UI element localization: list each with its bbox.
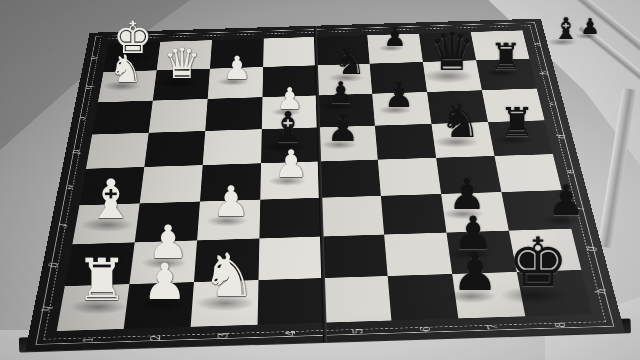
piece-shadow [69, 299, 127, 314]
file-label-left-e: e [58, 181, 81, 194]
piece-shadow [195, 295, 255, 311]
piece-shadow [322, 102, 352, 110]
piece-shadow [378, 45, 404, 52]
piece-shadow [541, 215, 583, 226]
piece-shadow [575, 33, 597, 39]
square-c3 [205, 97, 262, 131]
piece-shadow [136, 299, 186, 312]
piece-shadow [433, 136, 479, 148]
piece-shadow [206, 216, 248, 227]
piece-shadow [442, 209, 484, 220]
file-label-left-h: h [34, 301, 59, 317]
piece-shadow [141, 257, 187, 269]
piece-shadow [422, 69, 474, 83]
piece-shadow [157, 78, 199, 89]
piece-shadow [263, 142, 305, 153]
file-label-left-a: a [84, 53, 104, 63]
square-g4 [259, 237, 324, 281]
square-a4 [263, 37, 316, 67]
piece-shadow [500, 286, 568, 304]
chess-photo-scene: 12345678aabbccddeeffgghh ♚♞♛♟♟♟♝♟♟♟♞♜♟♛♜… [0, 0, 640, 360]
square-e2 [140, 165, 203, 203]
piece-shadow [378, 106, 412, 115]
square-d1 [86, 133, 149, 169]
square-f2 [135, 202, 200, 243]
piece-shadow [268, 176, 306, 186]
square-e1 [79, 167, 144, 205]
square-b4 [262, 65, 317, 97]
piece-shadow [80, 218, 134, 232]
square-g1 [65, 242, 135, 286]
square-a2 [157, 40, 212, 70]
square-c1 [92, 101, 153, 135]
piece-shadow [547, 38, 577, 46]
file-label-left-d: d [65, 146, 87, 158]
square-g3 [194, 238, 259, 282]
piece-shadow [446, 248, 492, 260]
square-a3 [210, 39, 264, 69]
piece-shadow [271, 108, 301, 116]
rank-label-2: 2 [145, 330, 166, 344]
rank-label-1: 1 [78, 332, 100, 347]
file-label-left-b: b [78, 82, 99, 93]
piece-shadow [445, 289, 497, 303]
square-c2 [149, 99, 208, 133]
square-h4 [258, 278, 325, 325]
square-d3 [203, 129, 262, 165]
piece-shadow [103, 81, 141, 91]
square-f4 [259, 198, 321, 239]
file-label-left-g: g [42, 258, 67, 273]
file-label-left-c: c [72, 113, 93, 124]
square-e3 [200, 163, 261, 201]
file-label-left-f: f [51, 218, 75, 232]
rank-label-3: 3 [213, 328, 234, 342]
rank-label-4: 4 [281, 326, 301, 340]
square-d2 [144, 131, 205, 167]
